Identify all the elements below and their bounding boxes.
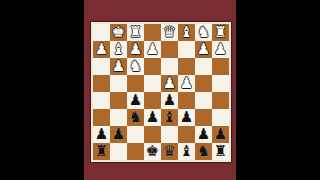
white-bishop-icon: ♝ [110, 41, 127, 58]
black-knight-icon: ♞ [127, 109, 144, 126]
chess-board-frame: ♚♜♛♝♞♜♟♝♟♟♟♟♟♞♟♟♟♟♞♟♝♟♟♟♟♟♜♚♛♝♞♜ [91, 22, 231, 162]
black-bishop-icon: ♝ [178, 143, 195, 160]
square-b3 [195, 58, 212, 75]
black-pawn-icon: ♟ [110, 126, 127, 143]
square-b8: ♞ [195, 143, 212, 160]
square-a6 [212, 109, 229, 126]
white-rook-icon: ♜ [127, 24, 144, 41]
square-e8: ♚ [144, 143, 161, 160]
square-d4: ♟ [161, 75, 178, 92]
black-knight-icon: ♞ [195, 143, 212, 160]
square-h2: ♟ [93, 41, 110, 58]
white-pawn-icon: ♟ [212, 41, 229, 58]
square-h4 [93, 75, 110, 92]
square-g8 [110, 143, 127, 160]
square-a4 [212, 75, 229, 92]
square-d8: ♛ [161, 143, 178, 160]
square-h6 [93, 109, 110, 126]
square-c3 [178, 58, 195, 75]
chess-board: ♚♜♛♝♞♜♟♝♟♟♟♟♟♞♟♟♟♟♞♟♝♟♟♟♟♟♜♚♛♝♞♜ [93, 24, 229, 160]
square-g6 [110, 109, 127, 126]
square-c4: ♟ [178, 75, 195, 92]
square-d6: ♝ [161, 109, 178, 126]
square-f5: ♟ [127, 92, 144, 109]
square-d1: ♛ [161, 24, 178, 41]
square-a8: ♜ [212, 143, 229, 160]
white-pawn-icon: ♟ [127, 41, 144, 58]
black-pawn-icon: ♟ [178, 109, 195, 126]
white-pawn-icon: ♟ [195, 41, 212, 58]
square-h1 [93, 24, 110, 41]
square-c2 [178, 41, 195, 58]
square-f4 [127, 75, 144, 92]
square-c5 [178, 92, 195, 109]
square-c7 [178, 126, 195, 143]
square-f1: ♜ [127, 24, 144, 41]
square-f8 [127, 143, 144, 160]
square-b1: ♞ [195, 24, 212, 41]
square-e1 [144, 24, 161, 41]
square-a7: ♟ [212, 126, 229, 143]
square-f3: ♞ [127, 58, 144, 75]
square-e4 [144, 75, 161, 92]
square-b4 [195, 75, 212, 92]
square-b5 [195, 92, 212, 109]
square-a2: ♟ [212, 41, 229, 58]
square-d2 [161, 41, 178, 58]
white-queen-icon: ♛ [161, 24, 178, 41]
square-a3 [212, 58, 229, 75]
square-e2: ♟ [144, 41, 161, 58]
letterbox-right [236, 0, 320, 180]
square-h7: ♟ [93, 126, 110, 143]
black-pawn-icon: ♟ [195, 126, 212, 143]
white-knight-icon: ♞ [127, 58, 144, 75]
black-king-icon: ♚ [144, 143, 161, 160]
video-frame: ♚♜♛♝♞♜♟♝♟♟♟♟♟♞♟♟♟♟♞♟♝♟♟♟♟♟♜♚♛♝♞♜ [0, 0, 320, 180]
square-a1: ♜ [212, 24, 229, 41]
white-pawn-icon: ♟ [93, 41, 110, 58]
square-g1: ♚ [110, 24, 127, 41]
black-pawn-icon: ♟ [161, 92, 178, 109]
black-rook-icon: ♜ [93, 143, 110, 160]
white-pawn-icon: ♟ [178, 75, 195, 92]
letterbox-left [0, 0, 84, 180]
black-pawn-icon: ♟ [127, 92, 144, 109]
square-e7 [144, 126, 161, 143]
white-bishop-icon: ♝ [178, 24, 195, 41]
black-bishop-icon: ♝ [161, 109, 178, 126]
black-pawn-icon: ♟ [144, 109, 161, 126]
white-king-icon: ♚ [110, 24, 127, 41]
square-f7 [127, 126, 144, 143]
black-pawn-icon: ♟ [93, 126, 110, 143]
square-c8: ♝ [178, 143, 195, 160]
square-c1: ♝ [178, 24, 195, 41]
square-g4 [110, 75, 127, 92]
black-rook-icon: ♜ [212, 143, 229, 160]
square-h3 [93, 58, 110, 75]
square-f6: ♞ [127, 109, 144, 126]
square-g5 [110, 92, 127, 109]
square-g3: ♟ [110, 58, 127, 75]
white-pawn-icon: ♟ [110, 58, 127, 75]
black-pawn-icon: ♟ [212, 126, 229, 143]
white-knight-icon: ♞ [195, 24, 212, 41]
square-e5 [144, 92, 161, 109]
square-a5 [212, 92, 229, 109]
white-rook-icon: ♜ [212, 24, 229, 41]
white-pawn-icon: ♟ [161, 75, 178, 92]
square-d5: ♟ [161, 92, 178, 109]
square-e6: ♟ [144, 109, 161, 126]
black-queen-icon: ♛ [161, 143, 178, 160]
square-d3 [161, 58, 178, 75]
square-e3 [144, 58, 161, 75]
square-g2: ♝ [110, 41, 127, 58]
square-b2: ♟ [195, 41, 212, 58]
white-pawn-icon: ♟ [144, 41, 161, 58]
square-h8: ♜ [93, 143, 110, 160]
square-b6 [195, 109, 212, 126]
square-c6: ♟ [178, 109, 195, 126]
square-f2: ♟ [127, 41, 144, 58]
square-h5 [93, 92, 110, 109]
square-d7 [161, 126, 178, 143]
square-g7: ♟ [110, 126, 127, 143]
square-b7: ♟ [195, 126, 212, 143]
